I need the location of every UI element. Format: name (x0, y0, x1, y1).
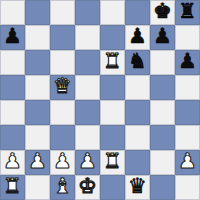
square-b1[interactable] (25, 175, 50, 200)
square-b2[interactable]: ♟ (25, 150, 50, 175)
chess-board: ♚♜♟♟♟♜♞♟♛♟♟♟♟♜♟♜♝♚♛ (0, 0, 200, 200)
piece-black-queen: ♛ (128, 176, 147, 197)
square-a5[interactable] (0, 75, 25, 100)
square-d7[interactable] (75, 25, 100, 50)
square-a8[interactable] (0, 0, 25, 25)
square-f8[interactable] (125, 0, 150, 25)
square-f1[interactable]: ♛ (125, 175, 150, 200)
piece-white-queen: ♛ (53, 76, 72, 97)
piece-white-pawn: ♟ (3, 151, 22, 172)
square-h7[interactable] (175, 25, 200, 50)
square-b5[interactable] (25, 75, 50, 100)
piece-black-king: ♚ (153, 1, 172, 22)
square-h3[interactable] (175, 125, 200, 150)
square-a2[interactable]: ♟ (0, 150, 25, 175)
square-f7[interactable]: ♟ (125, 25, 150, 50)
square-h2[interactable]: ♟ (175, 150, 200, 175)
square-d2[interactable]: ♟ (75, 150, 100, 175)
square-g2[interactable] (150, 150, 175, 175)
square-c5[interactable]: ♛ (50, 75, 75, 100)
square-b3[interactable] (25, 125, 50, 150)
square-h6[interactable]: ♟ (175, 50, 200, 75)
piece-black-knight: ♞ (128, 51, 147, 72)
square-d5[interactable] (75, 75, 100, 100)
square-d1[interactable]: ♚ (75, 175, 100, 200)
square-e1[interactable] (100, 175, 125, 200)
square-a7[interactable]: ♟ (0, 25, 25, 50)
square-g3[interactable] (150, 125, 175, 150)
square-f4[interactable] (125, 100, 150, 125)
piece-white-pawn: ♟ (28, 151, 47, 172)
piece-black-rook: ♜ (178, 1, 197, 22)
square-g7[interactable]: ♟ (150, 25, 175, 50)
square-g4[interactable] (150, 100, 175, 125)
square-d8[interactable] (75, 0, 100, 25)
square-c7[interactable] (50, 25, 75, 50)
square-e6[interactable]: ♜ (100, 50, 125, 75)
square-f6[interactable]: ♞ (125, 50, 150, 75)
piece-white-pawn: ♟ (178, 151, 197, 172)
piece-black-pawn: ♟ (3, 26, 22, 47)
piece-black-pawn: ♟ (128, 26, 147, 47)
square-c1[interactable]: ♝ (50, 175, 75, 200)
piece-white-pawn: ♟ (53, 151, 72, 172)
square-e5[interactable] (100, 75, 125, 100)
piece-white-bishop: ♝ (53, 176, 72, 197)
square-b7[interactable] (25, 25, 50, 50)
square-h1[interactable] (175, 175, 200, 200)
piece-white-rook: ♜ (103, 151, 122, 172)
piece-white-king: ♚ (78, 176, 97, 197)
square-d4[interactable] (75, 100, 100, 125)
square-b6[interactable] (25, 50, 50, 75)
square-b8[interactable] (25, 0, 50, 25)
piece-white-rook: ♜ (3, 176, 22, 197)
square-h5[interactable] (175, 75, 200, 100)
square-g6[interactable] (150, 50, 175, 75)
square-g8[interactable]: ♚ (150, 0, 175, 25)
square-c4[interactable] (50, 100, 75, 125)
square-e7[interactable] (100, 25, 125, 50)
square-a3[interactable] (0, 125, 25, 150)
square-g5[interactable] (150, 75, 175, 100)
piece-black-pawn: ♟ (153, 26, 172, 47)
square-a1[interactable]: ♜ (0, 175, 25, 200)
square-e3[interactable] (100, 125, 125, 150)
square-c6[interactable] (50, 50, 75, 75)
square-d3[interactable] (75, 125, 100, 150)
piece-black-pawn: ♟ (178, 51, 197, 72)
square-e8[interactable] (100, 0, 125, 25)
square-d6[interactable] (75, 50, 100, 75)
piece-white-rook: ♜ (103, 51, 122, 72)
square-e4[interactable] (100, 100, 125, 125)
square-e2[interactable]: ♜ (100, 150, 125, 175)
square-h4[interactable] (175, 100, 200, 125)
square-c8[interactable] (50, 0, 75, 25)
square-b4[interactable] (25, 100, 50, 125)
square-h8[interactable]: ♜ (175, 0, 200, 25)
piece-white-pawn: ♟ (78, 151, 97, 172)
square-a6[interactable] (0, 50, 25, 75)
square-f3[interactable] (125, 125, 150, 150)
square-f5[interactable] (125, 75, 150, 100)
square-g1[interactable] (150, 175, 175, 200)
square-c3[interactable] (50, 125, 75, 150)
square-c2[interactable]: ♟ (50, 150, 75, 175)
square-f2[interactable] (125, 150, 150, 175)
square-a4[interactable] (0, 100, 25, 125)
